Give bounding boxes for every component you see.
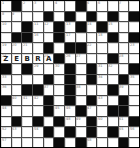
black-cell xyxy=(54,33,64,43)
grid-cell[interactable]: 57 xyxy=(1,138,11,148)
black-cell xyxy=(65,96,75,106)
grid-cell[interactable] xyxy=(54,12,64,22)
clue-number: 43 xyxy=(98,96,102,99)
grid-cell[interactable] xyxy=(65,138,75,148)
clue-number: 56 xyxy=(130,127,134,130)
grid-cell[interactable] xyxy=(54,75,64,85)
black-cell xyxy=(12,33,22,43)
grid-cell[interactable] xyxy=(54,96,64,106)
grid-cell[interactable]: 32 xyxy=(108,64,118,74)
grid-cell[interactable]: E xyxy=(12,54,22,64)
grid-cell[interactable] xyxy=(97,85,107,95)
grid-cell[interactable] xyxy=(65,1,75,11)
grid-cell[interactable]: 49 xyxy=(76,117,86,127)
grid-cell[interactable]: 17 xyxy=(65,33,75,43)
clue-number: 55 xyxy=(119,127,123,130)
black-cell xyxy=(44,96,54,106)
grid-cell[interactable] xyxy=(76,64,86,74)
black-cell xyxy=(97,22,107,32)
black-cell xyxy=(129,117,139,127)
grid-cell[interactable]: 10 xyxy=(1,22,11,32)
grid-cell[interactable] xyxy=(54,85,64,95)
grid-cell[interactable] xyxy=(108,1,118,11)
grid-cell[interactable] xyxy=(108,138,118,148)
black-cell xyxy=(108,85,118,95)
black-cell xyxy=(54,22,64,32)
black-cell xyxy=(76,43,86,53)
black-cell xyxy=(33,117,43,127)
clue-number: 53 xyxy=(12,127,16,130)
grid-cell[interactable] xyxy=(119,12,129,22)
grid-cell[interactable]: 28 xyxy=(119,54,129,64)
grid-cell[interactable] xyxy=(87,85,97,95)
grid-cell[interactable] xyxy=(129,22,139,32)
black-cell xyxy=(119,138,129,148)
grid-cell[interactable] xyxy=(12,106,22,116)
grid-cell[interactable] xyxy=(119,33,129,43)
grid-cell[interactable]: B xyxy=(22,54,32,64)
black-cell xyxy=(44,75,54,85)
black-cell xyxy=(44,127,54,137)
grid-cell[interactable] xyxy=(33,12,43,22)
grid-cell[interactable]: 20 xyxy=(12,43,22,53)
black-cell xyxy=(12,117,22,127)
grid-cell[interactable]: 36 xyxy=(1,85,11,95)
grid-cell[interactable] xyxy=(44,64,54,74)
grid-cell[interactable]: 4 xyxy=(54,1,64,11)
grid-cell[interactable]: 55 xyxy=(119,127,129,137)
grid-cell[interactable]: 51 xyxy=(119,117,129,127)
grid-cell[interactable]: 54 xyxy=(33,127,43,137)
grid-cell[interactable]: 6 xyxy=(97,1,107,11)
grid-cell[interactable] xyxy=(22,117,32,127)
grid-cell[interactable]: 21 xyxy=(22,43,32,53)
grid-cell[interactable]: 40 xyxy=(12,96,22,106)
grid-cell[interactable] xyxy=(108,75,118,85)
grid-cell[interactable] xyxy=(22,127,32,137)
black-cell xyxy=(22,64,32,74)
grid-cell[interactable]: 26 xyxy=(65,54,75,64)
cell-letter: A xyxy=(44,54,54,64)
grid-cell[interactable]: 3 xyxy=(33,1,43,11)
grid-cell[interactable]: 7 xyxy=(119,1,129,11)
clue-number: 44 xyxy=(2,106,6,109)
black-cell xyxy=(119,75,129,85)
grid-cell[interactable]: 11 xyxy=(33,22,43,32)
clue-number: 40 xyxy=(12,96,16,99)
black-cell xyxy=(87,64,97,74)
grid-cell[interactable] xyxy=(129,54,139,64)
clue-number: 19 xyxy=(2,43,6,46)
grid-cell[interactable] xyxy=(22,106,32,116)
grid-cell[interactable] xyxy=(129,96,139,106)
grid-cell[interactable]: 5 xyxy=(87,1,97,11)
grid-cell[interactable]: 48 xyxy=(65,117,75,127)
cell-letter: E xyxy=(12,54,22,64)
grid-cell[interactable]: 19 xyxy=(1,43,11,53)
black-cell xyxy=(119,106,129,116)
black-cell xyxy=(108,54,118,64)
clue-number: 7 xyxy=(119,1,121,4)
grid-cell[interactable] xyxy=(12,85,22,95)
grid-cell[interactable]: 37 xyxy=(44,85,54,95)
grid-cell[interactable]: 31 xyxy=(97,64,107,74)
black-cell xyxy=(129,64,139,74)
grid-cell[interactable] xyxy=(33,106,43,116)
clue-number: 1 xyxy=(2,1,4,4)
grid-cell[interactable] xyxy=(33,75,43,85)
grid-cell[interactable]: 2 xyxy=(22,1,32,11)
grid-cell[interactable] xyxy=(97,54,107,64)
black-cell xyxy=(87,117,97,127)
grid-cell[interactable]: 33 xyxy=(1,75,11,85)
clue-number: 39 xyxy=(119,85,123,88)
black-cell xyxy=(108,33,118,43)
grid-cell[interactable] xyxy=(22,12,32,22)
clue-number: 14 xyxy=(87,22,91,25)
clue-number: 28 xyxy=(119,54,123,57)
grid-cell[interactable]: 15 xyxy=(108,22,118,32)
black-cell xyxy=(87,127,97,137)
grid-cell[interactable] xyxy=(129,138,139,148)
clue-number: 57 xyxy=(2,138,6,141)
grid-cell[interactable] xyxy=(44,1,54,11)
grid-cell[interactable]: 18 xyxy=(97,33,107,43)
clue-number: 48 xyxy=(66,117,70,120)
clue-number: 31 xyxy=(98,64,102,67)
grid-cell[interactable] xyxy=(119,43,129,53)
grid-cell[interactable]: 9 xyxy=(12,12,22,22)
grid-cell[interactable] xyxy=(12,138,22,148)
black-cell xyxy=(65,64,75,74)
grid-cell[interactable] xyxy=(44,138,54,148)
grid-cell[interactable]: 41 xyxy=(22,96,32,106)
clue-number: 35 xyxy=(130,75,134,78)
black-cell xyxy=(108,127,118,137)
black-cell xyxy=(87,12,97,22)
black-cell xyxy=(87,75,97,85)
clue-number: 4 xyxy=(55,1,57,4)
clue-number: 3 xyxy=(34,1,36,4)
black-cell xyxy=(65,75,75,85)
grid-cell[interactable]: 39 xyxy=(119,85,129,95)
grid-cell[interactable] xyxy=(22,75,32,85)
clue-number: 49 xyxy=(76,117,80,120)
black-cell xyxy=(65,43,75,53)
grid-cell[interactable]: 14 xyxy=(87,22,97,32)
clue-number: 8 xyxy=(2,12,4,15)
black-cell xyxy=(87,96,97,106)
grid-cell[interactable]: 58 xyxy=(87,138,97,148)
black-cell xyxy=(54,54,64,64)
grid-cell[interactable]: 46 xyxy=(65,106,75,116)
black-cell xyxy=(65,85,75,95)
grid-cell[interactable] xyxy=(76,75,86,85)
grid-cell[interactable] xyxy=(119,64,129,74)
black-cell xyxy=(44,43,54,53)
grid-cell[interactable]: 44 xyxy=(1,106,11,116)
grid-cell[interactable]: 34 xyxy=(97,75,107,85)
clue-number: 15 xyxy=(108,22,112,25)
grid-cell[interactable]: 30 xyxy=(54,64,64,74)
grid-cell[interactable]: 12 xyxy=(44,22,54,32)
clue-number: 16 xyxy=(34,33,38,36)
clue-number: 51 xyxy=(119,117,123,120)
grid-cell[interactable] xyxy=(87,33,97,43)
black-cell xyxy=(22,33,32,43)
grid-cell[interactable] xyxy=(44,117,54,127)
grid-cell[interactable] xyxy=(87,54,97,64)
grid-cell[interactable]: 56 xyxy=(129,127,139,137)
black-cell xyxy=(22,22,32,32)
clue-number: 21 xyxy=(23,43,27,46)
clue-number: 41 xyxy=(23,96,27,99)
grid-cell[interactable] xyxy=(129,106,139,116)
clue-number: 29 xyxy=(34,64,38,67)
grid-cell[interactable] xyxy=(76,127,86,137)
black-cell xyxy=(76,106,86,116)
grid-cell[interactable]: 47 xyxy=(87,106,97,116)
grid-cell[interactable] xyxy=(97,106,107,116)
grid-cell[interactable]: 8 xyxy=(1,12,11,22)
cell-letter: B xyxy=(22,54,32,64)
grid-cell[interactable]: 43 xyxy=(97,96,107,106)
black-cell xyxy=(65,12,75,22)
clue-number: 12 xyxy=(44,22,48,25)
grid-cell[interactable] xyxy=(33,138,43,148)
clue-number: 26 xyxy=(66,54,70,57)
grid-cell[interactable] xyxy=(76,12,86,22)
clue-number: 52 xyxy=(2,127,6,130)
clue-number: 10 xyxy=(2,22,6,25)
grid-cell[interactable]: 45 xyxy=(54,106,64,116)
clue-number: 30 xyxy=(55,64,59,67)
grid-cell[interactable] xyxy=(44,33,54,43)
clue-number: 11 xyxy=(34,22,38,25)
grid-cell[interactable]: 50 xyxy=(97,117,107,127)
grid-cell[interactable] xyxy=(1,117,11,127)
clue-number: 17 xyxy=(66,33,70,36)
clue-number: 38 xyxy=(76,85,80,88)
grid-cell[interactable] xyxy=(12,75,22,85)
grid-cell[interactable] xyxy=(129,85,139,95)
black-cell xyxy=(12,1,22,11)
grid-cell[interactable]: 29 xyxy=(33,64,43,74)
cell-letter: Z xyxy=(1,54,11,64)
clue-number: 36 xyxy=(2,85,6,88)
grid-cell[interactable] xyxy=(76,33,86,43)
clue-number: 34 xyxy=(98,75,102,78)
clue-number: 22 xyxy=(87,43,91,46)
black-cell xyxy=(108,106,118,116)
black-cell xyxy=(54,117,64,127)
grid-cell[interactable] xyxy=(12,22,22,32)
clue-number: 54 xyxy=(34,127,38,130)
clue-number: 9 xyxy=(12,12,14,15)
grid-cell[interactable] xyxy=(33,43,43,53)
grid-cell[interactable] xyxy=(129,1,139,11)
clue-number: 5 xyxy=(87,1,89,4)
black-cell xyxy=(22,85,32,95)
clue-number: 2 xyxy=(23,1,25,4)
clue-number: 20 xyxy=(12,43,16,46)
black-cell xyxy=(76,138,86,148)
grid-cell[interactable] xyxy=(54,127,64,137)
clue-number: 50 xyxy=(98,117,102,120)
clue-number: 23 xyxy=(130,43,134,46)
black-cell xyxy=(129,33,139,43)
cell-letter: R xyxy=(33,54,43,64)
clue-number: 45 xyxy=(55,106,59,109)
clue-number: 37 xyxy=(44,85,48,88)
grid-cell[interactable]: 1 xyxy=(1,1,11,11)
clue-number: 6 xyxy=(98,1,100,4)
clue-number: 42 xyxy=(34,96,38,99)
black-cell xyxy=(119,96,129,106)
clue-number: 47 xyxy=(87,106,91,109)
black-cell xyxy=(1,96,11,106)
grid-cell[interactable] xyxy=(1,33,11,43)
clue-number: 58 xyxy=(87,138,91,141)
grid-cell[interactable]: 22 xyxy=(87,43,97,53)
grid-cell[interactable]: 52 xyxy=(1,127,11,137)
black-cell xyxy=(44,12,54,22)
black-cell xyxy=(76,22,86,32)
grid-cell[interactable] xyxy=(108,96,118,106)
black-cell xyxy=(76,1,86,11)
clue-number: 27 xyxy=(76,54,80,57)
grid-cell[interactable]: 13 xyxy=(65,22,75,32)
grid-cell[interactable] xyxy=(108,43,118,53)
clue-number: 13 xyxy=(66,22,70,25)
black-cell xyxy=(129,12,139,22)
grid-cell[interactable] xyxy=(12,64,22,74)
grid-cell[interactable]: 16 xyxy=(33,33,43,43)
black-cell xyxy=(54,138,64,148)
grid-cell[interactable] xyxy=(76,96,86,106)
grid-cell[interactable]: R xyxy=(33,54,43,64)
black-cell xyxy=(44,106,54,116)
grid-cell[interactable] xyxy=(97,43,107,53)
grid-cell[interactable] xyxy=(119,22,129,32)
grid-cell[interactable] xyxy=(97,138,107,148)
grid-cell[interactable]: 38 xyxy=(76,85,86,95)
grid-cell[interactable]: 24Z xyxy=(1,54,11,64)
clue-number: 18 xyxy=(98,33,102,36)
black-cell xyxy=(108,12,118,22)
grid-cell[interactable] xyxy=(22,138,32,148)
grid-cell[interactable]: 25A xyxy=(44,54,54,64)
black-cell xyxy=(33,85,43,95)
clue-number: 33 xyxy=(2,75,6,78)
clue-number: 32 xyxy=(108,64,112,67)
grid-cell[interactable]: 35 xyxy=(129,75,139,85)
grid-cell[interactable] xyxy=(54,43,64,53)
grid-cell[interactable]: 42 xyxy=(33,96,43,106)
grid-cell[interactable]: 23 xyxy=(129,43,139,53)
grid-cell[interactable]: 53 xyxy=(12,127,22,137)
grid-cell[interactable] xyxy=(97,127,107,137)
black-cell xyxy=(65,127,75,137)
grid-cell[interactable] xyxy=(108,117,118,127)
grid-cell[interactable] xyxy=(97,12,107,22)
grid-cell[interactable]: 27 xyxy=(76,54,86,64)
black-cell xyxy=(1,64,11,74)
crossword-grid: 123456789101112131415161718192021222324Z… xyxy=(0,0,140,148)
clue-number: 46 xyxy=(66,106,70,109)
